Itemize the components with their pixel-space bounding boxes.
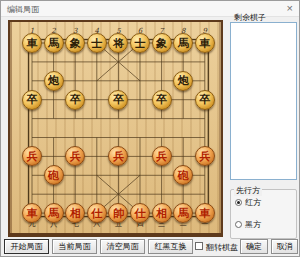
radio-black-side[interactable]: 黑方 xyxy=(235,220,261,229)
piece-red[interactable]: 馬 xyxy=(44,203,64,223)
cancel-button[interactable]: 取消 xyxy=(271,239,298,254)
piece-red[interactable]: 仕 xyxy=(130,203,150,223)
piece-black[interactable]: 士 xyxy=(87,33,107,53)
first-move-label: 先行方 xyxy=(234,185,262,196)
first-move-groupbox: 先行方 红方 黑方 xyxy=(230,189,297,239)
piece-black[interactable]: 卒 xyxy=(108,90,128,110)
radio-red-side[interactable]: 红方 xyxy=(235,198,261,207)
board: 123456789九八七六五四三二一車馬象士将士象馬車炮炮卒卒卒卒卒兵兵兵兵兵砲… xyxy=(8,20,223,237)
board-grid-lines xyxy=(10,22,221,233)
edit-position-dialog: 编辑局面 × 123456789九八七六五四三二一車馬象士将士象馬車炮炮卒卒卒卒… xyxy=(0,0,300,257)
ok-button[interactable]: 确定 xyxy=(240,239,268,254)
piece-red[interactable]: 仕 xyxy=(87,203,107,223)
radio-red-icon[interactable] xyxy=(235,199,242,206)
window-title: 编辑局面 xyxy=(7,4,39,15)
close-icon[interactable]: × xyxy=(287,2,293,15)
piece-black[interactable]: 象 xyxy=(152,33,172,53)
remaining-pieces-listbox[interactable] xyxy=(230,22,297,180)
piece-red[interactable]: 兵 xyxy=(152,146,172,166)
radio-black-icon[interactable] xyxy=(235,221,242,228)
piece-black[interactable]: 炮 xyxy=(44,71,64,91)
piece-black[interactable]: 士 xyxy=(130,33,150,53)
flip-board-checkbox[interactable] xyxy=(195,242,203,250)
start-position-button[interactable]: 开始局面 xyxy=(4,239,49,254)
piece-black[interactable]: 卒 xyxy=(195,90,215,110)
piece-black[interactable]: 馬 xyxy=(44,33,64,53)
radio-black-label: 黑方 xyxy=(245,219,261,230)
clear-position-button[interactable]: 清空局面 xyxy=(100,239,145,254)
current-position-button[interactable]: 当前局面 xyxy=(52,239,97,254)
piece-black[interactable]: 卒 xyxy=(22,90,42,110)
radio-red-label: 红方 xyxy=(245,197,261,208)
piece-red[interactable]: 相 xyxy=(152,203,172,223)
piece-red[interactable]: 車 xyxy=(195,203,215,223)
swap-red-black-button[interactable]: 红黑互换 xyxy=(148,239,193,254)
piece-black[interactable]: 車 xyxy=(22,33,42,53)
piece-black[interactable]: 車 xyxy=(195,33,215,53)
piece-black[interactable]: 炮 xyxy=(173,71,193,91)
piece-red[interactable]: 砲 xyxy=(44,165,64,185)
piece-red[interactable]: 車 xyxy=(22,203,42,223)
piece-black[interactable]: 卒 xyxy=(152,90,172,110)
flip-board-label: 翻转棋盘 xyxy=(206,242,238,253)
piece-black[interactable]: 卒 xyxy=(65,90,85,110)
